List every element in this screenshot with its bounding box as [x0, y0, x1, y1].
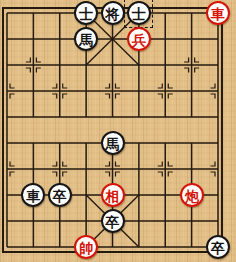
piece-black-soldier[interactable]: 卒: [101, 209, 125, 233]
piece-black-general[interactable]: 将: [101, 1, 125, 25]
piece-black-horse[interactable]: 馬: [74, 27, 98, 51]
piece-red-general[interactable]: 帥: [74, 235, 98, 259]
piece-glyph: 卒: [53, 189, 67, 203]
piece-black-advisor[interactable]: 士: [127, 1, 151, 25]
piece-glyph: 馬: [106, 137, 120, 151]
piece-black-chariot[interactable]: 車: [21, 183, 45, 207]
piece-red-cannon[interactable]: 炮: [180, 183, 204, 207]
piece-glyph: 卒: [106, 215, 120, 229]
piece-glyph: 馬: [79, 33, 93, 47]
piece-red-chariot[interactable]: 車: [206, 1, 230, 25]
piece-glyph: 相: [106, 189, 120, 203]
piece-glyph: 卒: [211, 241, 225, 255]
piece-glyph: 帥: [79, 241, 93, 255]
piece-glyph: 兵: [132, 33, 146, 47]
piece-black-soldier[interactable]: 卒: [206, 235, 230, 259]
piece-glyph: 将: [106, 7, 120, 21]
piece-black-horse[interactable]: 馬: [101, 131, 125, 155]
piece-glyph: 士: [79, 7, 93, 21]
piece-glyph: 車: [26, 189, 40, 203]
piece-glyph: 士: [132, 7, 146, 21]
piece-red-elephant[interactable]: 相: [101, 183, 125, 207]
piece-black-soldier[interactable]: 卒: [48, 183, 72, 207]
piece-black-advisor[interactable]: 士: [74, 1, 98, 25]
piece-glyph: 車: [211, 7, 225, 21]
piece-glyph: 炮: [185, 189, 199, 203]
piece-red-soldier[interactable]: 兵: [127, 27, 151, 51]
xiangqi-board: 士将士車馬兵馬車卒相炮卒帥卒: [0, 0, 236, 262]
pieces-layer: 士将士車馬兵馬車卒相炮卒帥卒: [0, 0, 231, 260]
